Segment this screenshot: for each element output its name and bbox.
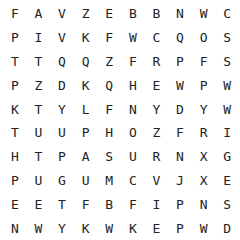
grid-cell[interactable]: I	[215, 121, 239, 145]
grid-cell[interactable]: W	[215, 73, 239, 97]
grid-cell[interactable]: D	[215, 216, 239, 240]
grid-cell[interactable]: W	[168, 73, 192, 97]
grid-cell[interactable]: Q	[168, 26, 192, 50]
grid-cell[interactable]: H	[3, 145, 27, 169]
grid-cell[interactable]: F	[192, 50, 216, 74]
grid-cell[interactable]: B	[97, 192, 121, 216]
grid-cell[interactable]: B	[145, 2, 169, 26]
grid-cell[interactable]: R	[145, 50, 169, 74]
grid-cell[interactable]: Z	[27, 73, 51, 97]
grid-cell[interactable]: K	[3, 97, 27, 121]
grid-cell[interactable]: P	[168, 192, 192, 216]
grid-cell[interactable]: S	[215, 50, 239, 74]
grid-cell[interactable]: G	[50, 169, 74, 193]
grid-cell[interactable]: F	[74, 192, 98, 216]
grid-cell[interactable]: T	[50, 192, 74, 216]
grid-cell[interactable]: B	[121, 2, 145, 26]
grid-cell[interactable]: A	[74, 145, 98, 169]
grid-cell[interactable]: S	[215, 192, 239, 216]
grid-cell[interactable]: F	[121, 192, 145, 216]
grid-cell[interactable]: K	[74, 216, 98, 240]
grid-cell[interactable]: D	[168, 97, 192, 121]
grid-cell[interactable]: N	[121, 97, 145, 121]
grid-cell[interactable]: V	[145, 169, 169, 193]
grid-cell[interactable]: W	[192, 216, 216, 240]
grid-cell[interactable]: F	[168, 121, 192, 145]
grid-cell[interactable]: Q	[97, 73, 121, 97]
grid-cell[interactable]: Y	[145, 97, 169, 121]
grid-cell[interactable]: H	[97, 121, 121, 145]
grid-cell[interactable]: K	[74, 26, 98, 50]
grid-cell[interactable]: Y	[192, 97, 216, 121]
grid-cell[interactable]: H	[121, 73, 145, 97]
grid-cell[interactable]: Q	[50, 50, 74, 74]
word-search-grid: FAVZEBBNWCPIVKFWCQOSTTQQZFRPFSPZDKQHEWPW…	[3, 2, 239, 240]
grid-cell[interactable]: N	[3, 216, 27, 240]
grid-cell[interactable]: A	[27, 2, 51, 26]
grid-cell[interactable]: W	[121, 26, 145, 50]
grid-cell[interactable]: T	[3, 121, 27, 145]
grid-cell[interactable]: F	[97, 26, 121, 50]
grid-cell[interactable]: D	[50, 73, 74, 97]
grid-cell[interactable]: M	[97, 169, 121, 193]
grid-cell[interactable]: G	[215, 145, 239, 169]
grid-cell[interactable]: E	[145, 73, 169, 97]
grid-cell[interactable]: K	[74, 73, 98, 97]
grid-cell[interactable]: N	[168, 145, 192, 169]
grid-cell[interactable]: J	[168, 169, 192, 193]
grid-cell[interactable]: O	[121, 121, 145, 145]
grid-cell[interactable]: P	[74, 121, 98, 145]
grid-cell[interactable]: X	[192, 145, 216, 169]
grid-cell[interactable]: T	[27, 97, 51, 121]
grid-cell[interactable]: T	[3, 50, 27, 74]
grid-cell[interactable]: F	[3, 2, 27, 26]
grid-cell[interactable]: R	[145, 145, 169, 169]
grid-cell[interactable]: E	[3, 192, 27, 216]
grid-cell[interactable]: S	[215, 26, 239, 50]
grid-cell[interactable]: S	[97, 145, 121, 169]
grid-cell[interactable]: P	[192, 73, 216, 97]
grid-cell[interactable]: N	[168, 2, 192, 26]
grid-cell[interactable]: U	[27, 169, 51, 193]
grid-cell[interactable]: E	[145, 216, 169, 240]
grid-cell[interactable]: I	[27, 26, 51, 50]
grid-cell[interactable]: Z	[145, 121, 169, 145]
grid-cell[interactable]: X	[192, 169, 216, 193]
grid-cell[interactable]: Y	[50, 216, 74, 240]
grid-cell[interactable]: O	[192, 26, 216, 50]
grid-cell[interactable]: L	[74, 97, 98, 121]
grid-cell[interactable]: Y	[50, 97, 74, 121]
grid-cell[interactable]: W	[27, 216, 51, 240]
grid-cell[interactable]: P	[3, 73, 27, 97]
grid-cell[interactable]: U	[27, 121, 51, 145]
grid-cell[interactable]: Z	[97, 50, 121, 74]
grid-cell[interactable]: T	[27, 145, 51, 169]
grid-cell[interactable]: W	[97, 216, 121, 240]
grid-cell[interactable]: U	[50, 121, 74, 145]
grid-cell[interactable]: P	[50, 145, 74, 169]
grid-cell[interactable]: P	[168, 216, 192, 240]
grid-cell[interactable]: N	[192, 192, 216, 216]
grid-cell[interactable]: U	[74, 169, 98, 193]
grid-cell[interactable]: K	[121, 216, 145, 240]
grid-cell[interactable]: W	[215, 97, 239, 121]
grid-cell[interactable]: Z	[74, 2, 98, 26]
grid-cell[interactable]: W	[192, 2, 216, 26]
grid-cell[interactable]: V	[50, 26, 74, 50]
grid-cell[interactable]: E	[97, 2, 121, 26]
grid-cell[interactable]: P	[168, 50, 192, 74]
grid-cell[interactable]: C	[121, 169, 145, 193]
grid-cell[interactable]: V	[50, 2, 74, 26]
grid-cell[interactable]: P	[3, 169, 27, 193]
grid-cell[interactable]: F	[97, 97, 121, 121]
grid-cell[interactable]: R	[192, 121, 216, 145]
grid-cell[interactable]: C	[145, 26, 169, 50]
grid-cell[interactable]: Q	[74, 50, 98, 74]
grid-cell[interactable]: T	[27, 50, 51, 74]
grid-cell[interactable]: E	[27, 192, 51, 216]
grid-cell[interactable]: I	[145, 192, 169, 216]
grid-cell[interactable]: P	[3, 26, 27, 50]
grid-cell[interactable]: F	[121, 50, 145, 74]
grid-cell[interactable]: C	[215, 2, 239, 26]
grid-cell[interactable]: U	[121, 145, 145, 169]
grid-cell[interactable]: E	[215, 169, 239, 193]
